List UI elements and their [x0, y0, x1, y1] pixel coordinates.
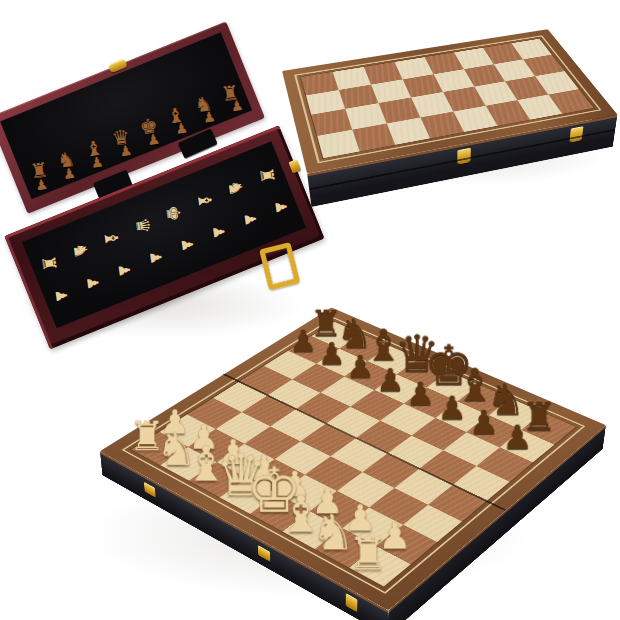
- white-rook: ♜: [256, 166, 276, 184]
- black-pawn: ♟: [202, 109, 216, 125]
- black-pawn: ♟: [230, 98, 244, 114]
- square-c1: ♝: [189, 462, 247, 497]
- product-photo: ♜♞♝♛♚♝♞♜ ♟♟♟♟♟♟♟♟ ♜♞♝♛♚♝♞♜ ♟♟♟♟♟♟♟♟: [0, 0, 620, 620]
- main-board-grid: ♜♞♝♛♚♝♞♜♟♟♟♟♟♟♟♟♟♟♟♟♟♟♟♟♜♞♝♛♚♝♞♜: [130, 321, 577, 588]
- square-g5: [419, 450, 476, 484]
- closed-board-box: [282, 29, 617, 173]
- black-pawn: ♟: [90, 154, 104, 170]
- chessboard-scene: ♜♞♝♛♚♝♞♜♟♟♟♟♟♟♟♟♟♟♟♟♟♟♟♟♜♞♝♛♚♝♞♜: [10, 210, 620, 620]
- black-rook: ♜: [308, 305, 344, 341]
- black-pawn: ♟: [174, 120, 188, 136]
- square-d4: [300, 423, 356, 456]
- square-b2: ♟: [188, 429, 244, 462]
- gold-clasp-icon: [570, 126, 584, 143]
- gold-clasp-icon: [457, 148, 471, 165]
- white-knight: ♞: [225, 179, 245, 197]
- gold-hinge-icon: [258, 545, 270, 562]
- black-pawn: ♟: [34, 177, 48, 193]
- gold-latch-icon: [346, 593, 358, 612]
- black-rook: ♜: [519, 396, 558, 436]
- chessboard: ♜♞♝♛♚♝♞♜♟♟♟♟♟♟♟♟♟♟♟♟♟♟♟♟♜♞♝♛♚♝♞♜: [100, 307, 606, 610]
- square-a4: [214, 382, 268, 412]
- black-pawn: ♟: [146, 132, 160, 148]
- black-pawn: ♟: [118, 143, 132, 159]
- white-rook: ♜: [127, 416, 167, 457]
- black-pawn: ♟: [62, 166, 76, 182]
- closed-board-box-scene: [278, 0, 620, 220]
- gold-hinge-icon: [144, 482, 156, 498]
- white-bishop: ♝: [194, 191, 214, 209]
- square-e1: ♚: [250, 494, 310, 531]
